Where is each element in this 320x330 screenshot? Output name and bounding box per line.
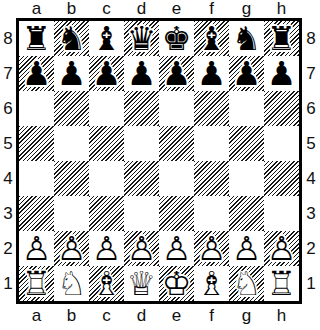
square-c6[interactable] bbox=[89, 91, 124, 126]
piece-halo: ♜ bbox=[19, 266, 54, 301]
square-d3[interactable] bbox=[124, 196, 159, 231]
piece-black-pawn[interactable]: ♟ bbox=[159, 56, 194, 91]
piece-white-rook[interactable]: ♖ bbox=[19, 266, 54, 301]
square-e5[interactable] bbox=[159, 126, 194, 161]
rank-label-8: 8 bbox=[0, 21, 16, 56]
piece-white-pawn[interactable]: ♙ bbox=[19, 231, 54, 266]
square-b1[interactable]: ♞♘ bbox=[54, 266, 89, 301]
file-labels-top: abcdefgh bbox=[16, 0, 302, 18]
square-f6[interactable] bbox=[194, 91, 229, 126]
piece-halo: ♟ bbox=[54, 56, 89, 91]
square-f4[interactable] bbox=[194, 161, 229, 196]
piece-white-king[interactable]: ♔ bbox=[159, 266, 194, 301]
square-d4[interactable] bbox=[124, 161, 159, 196]
square-a2[interactable]: ♟♙ bbox=[19, 231, 54, 266]
square-b3[interactable] bbox=[54, 196, 89, 231]
piece-black-knight[interactable]: ♞ bbox=[54, 21, 89, 56]
square-b4[interactable] bbox=[54, 161, 89, 196]
piece-white-bishop[interactable]: ♗ bbox=[89, 266, 124, 301]
piece-black-pawn[interactable]: ♟ bbox=[194, 56, 229, 91]
piece-black-pawn[interactable]: ♟ bbox=[124, 56, 159, 91]
square-g6[interactable] bbox=[229, 91, 264, 126]
piece-white-pawn[interactable]: ♙ bbox=[264, 231, 299, 266]
square-h8[interactable]: ♜♜ bbox=[264, 21, 299, 56]
file-label-h: h bbox=[264, 304, 299, 330]
square-c4[interactable] bbox=[89, 161, 124, 196]
square-g8[interactable]: ♞♞ bbox=[229, 21, 264, 56]
piece-halo: ♛ bbox=[124, 21, 159, 56]
rank-label-4: 4 bbox=[302, 161, 320, 196]
square-c3[interactable] bbox=[89, 196, 124, 231]
square-e6[interactable] bbox=[159, 91, 194, 126]
square-a7[interactable]: ♟♟ bbox=[19, 56, 54, 91]
piece-halo: ♝ bbox=[89, 21, 124, 56]
piece-halo: ♟ bbox=[159, 231, 194, 266]
piece-halo: ♟ bbox=[19, 56, 54, 91]
square-b7[interactable]: ♟♟ bbox=[54, 56, 89, 91]
square-a3[interactable] bbox=[19, 196, 54, 231]
piece-halo: ♞ bbox=[229, 266, 264, 301]
piece-halo: ♝ bbox=[194, 21, 229, 56]
rank-labels-left: 87654321 bbox=[0, 18, 16, 304]
rank-label-7: 7 bbox=[0, 56, 16, 91]
rank-label-8: 8 bbox=[302, 21, 320, 56]
rank-label-6: 6 bbox=[0, 91, 16, 126]
piece-halo: ♟ bbox=[89, 231, 124, 266]
square-g7[interactable]: ♟♟ bbox=[229, 56, 264, 91]
piece-white-pawn[interactable]: ♙ bbox=[124, 231, 159, 266]
piece-halo: ♟ bbox=[89, 56, 124, 91]
square-h6[interactable] bbox=[264, 91, 299, 126]
piece-halo: ♜ bbox=[264, 21, 299, 56]
rank-label-1: 1 bbox=[302, 266, 320, 301]
piece-halo: ♟ bbox=[159, 56, 194, 91]
piece-halo: ♟ bbox=[124, 56, 159, 91]
piece-halo: ♟ bbox=[264, 56, 299, 91]
piece-white-pawn[interactable]: ♙ bbox=[194, 231, 229, 266]
piece-halo: ♞ bbox=[54, 266, 89, 301]
piece-halo: ♜ bbox=[19, 21, 54, 56]
rank-label-3: 3 bbox=[0, 196, 16, 231]
piece-black-pawn[interactable]: ♟ bbox=[89, 56, 124, 91]
square-c8[interactable]: ♝♝ bbox=[89, 21, 124, 56]
piece-black-bishop[interactable]: ♝ bbox=[194, 21, 229, 56]
square-d6[interactable] bbox=[124, 91, 159, 126]
square-d2[interactable]: ♟♙ bbox=[124, 231, 159, 266]
piece-halo: ♝ bbox=[89, 266, 124, 301]
piece-halo: ♞ bbox=[229, 21, 264, 56]
piece-halo: ♟ bbox=[19, 231, 54, 266]
square-a4[interactable] bbox=[19, 161, 54, 196]
square-b8[interactable]: ♞♞ bbox=[54, 21, 89, 56]
piece-white-knight[interactable]: ♘ bbox=[229, 266, 264, 301]
square-f5[interactable] bbox=[194, 126, 229, 161]
piece-halo: ♟ bbox=[229, 231, 264, 266]
square-c5[interactable] bbox=[89, 126, 124, 161]
piece-white-pawn[interactable]: ♙ bbox=[159, 231, 194, 266]
square-h7[interactable]: ♟♟ bbox=[264, 56, 299, 91]
square-d7[interactable]: ♟♟ bbox=[124, 56, 159, 91]
square-d8[interactable]: ♛♛ bbox=[124, 21, 159, 56]
square-e4[interactable] bbox=[159, 161, 194, 196]
square-e3[interactable] bbox=[159, 196, 194, 231]
rank-label-5: 5 bbox=[0, 126, 16, 161]
piece-black-knight[interactable]: ♞ bbox=[229, 21, 264, 56]
piece-white-queen[interactable]: ♕ bbox=[124, 266, 159, 301]
rank-labels-right: 87654321 bbox=[302, 18, 320, 304]
piece-black-bishop[interactable]: ♝ bbox=[89, 21, 124, 56]
rank-label-1: 1 bbox=[0, 266, 16, 301]
file-label-e: e bbox=[159, 0, 194, 18]
piece-white-knight[interactable]: ♘ bbox=[54, 266, 89, 301]
square-a8[interactable]: ♜♜ bbox=[19, 21, 54, 56]
square-d1[interactable]: ♛♕ bbox=[124, 266, 159, 301]
file-label-a: a bbox=[19, 304, 54, 330]
file-label-b: b bbox=[54, 0, 89, 18]
piece-black-queen[interactable]: ♛ bbox=[124, 21, 159, 56]
file-label-h: h bbox=[264, 0, 299, 18]
square-h5[interactable] bbox=[264, 126, 299, 161]
file-label-e: e bbox=[159, 304, 194, 330]
piece-halo: ♚ bbox=[159, 21, 194, 56]
file-labels-bottom: abcdefgh bbox=[16, 304, 302, 330]
piece-white-bishop[interactable]: ♗ bbox=[194, 266, 229, 301]
square-g4[interactable] bbox=[229, 161, 264, 196]
rank-label-5: 5 bbox=[302, 126, 320, 161]
piece-black-pawn[interactable]: ♟ bbox=[54, 56, 89, 91]
piece-white-pawn[interactable]: ♙ bbox=[54, 231, 89, 266]
square-e7[interactable]: ♟♟ bbox=[159, 56, 194, 91]
rank-label-4: 4 bbox=[0, 161, 16, 196]
piece-white-rook[interactable]: ♖ bbox=[264, 266, 299, 301]
square-f8[interactable]: ♝♝ bbox=[194, 21, 229, 56]
square-h1[interactable]: ♜♖ bbox=[264, 266, 299, 301]
rank-label-7: 7 bbox=[302, 56, 320, 91]
piece-black-pawn[interactable]: ♟ bbox=[229, 56, 264, 91]
square-b6[interactable] bbox=[54, 91, 89, 126]
piece-black-pawn[interactable]: ♟ bbox=[19, 56, 54, 91]
chess-diagram: abcdefgh 87654321 ♜♜♞♞♝♝♛♛♚♚♝♝♞♞♜♜♟♟♟♟♟♟… bbox=[0, 0, 320, 330]
rank-label-6: 6 bbox=[302, 91, 320, 126]
piece-white-pawn[interactable]: ♙ bbox=[89, 231, 124, 266]
square-f3[interactable] bbox=[194, 196, 229, 231]
file-label-d: d bbox=[124, 304, 159, 330]
piece-halo: ♝ bbox=[194, 266, 229, 301]
file-label-c: c bbox=[89, 304, 124, 330]
square-c2[interactable]: ♟♙ bbox=[89, 231, 124, 266]
piece-halo: ♟ bbox=[124, 231, 159, 266]
piece-black-rook[interactable]: ♜ bbox=[19, 21, 54, 56]
file-label-c: c bbox=[89, 0, 124, 18]
chess-board: ♜♜♞♞♝♝♛♛♚♚♝♝♞♞♜♜♟♟♟♟♟♟♟♟♟♟♟♟♟♟♟♟♟♙♟♙♟♙♟♙… bbox=[16, 18, 302, 304]
file-label-g: g bbox=[229, 304, 264, 330]
piece-halo: ♛ bbox=[124, 266, 159, 301]
piece-white-pawn[interactable]: ♙ bbox=[229, 231, 264, 266]
square-b2[interactable]: ♟♙ bbox=[54, 231, 89, 266]
piece-halo: ♟ bbox=[194, 231, 229, 266]
square-h4[interactable] bbox=[264, 161, 299, 196]
square-e1[interactable]: ♚♔ bbox=[159, 266, 194, 301]
file-label-f: f bbox=[194, 0, 229, 18]
corner-top-left bbox=[0, 0, 16, 18]
square-a6[interactable] bbox=[19, 91, 54, 126]
corner-bottom-right bbox=[302, 304, 320, 330]
square-g5[interactable] bbox=[229, 126, 264, 161]
square-e8[interactable]: ♚♚ bbox=[159, 21, 194, 56]
piece-halo: ♞ bbox=[54, 21, 89, 56]
square-f2[interactable]: ♟♙ bbox=[194, 231, 229, 266]
piece-halo: ♜ bbox=[264, 266, 299, 301]
square-h3[interactable] bbox=[264, 196, 299, 231]
piece-black-king[interactable]: ♚ bbox=[159, 21, 194, 56]
piece-halo: ♟ bbox=[264, 231, 299, 266]
square-g3[interactable] bbox=[229, 196, 264, 231]
piece-halo: ♟ bbox=[194, 56, 229, 91]
square-c7[interactable]: ♟♟ bbox=[89, 56, 124, 91]
corner-top-right bbox=[302, 0, 320, 18]
square-a1[interactable]: ♜♖ bbox=[19, 266, 54, 301]
file-label-b: b bbox=[54, 304, 89, 330]
rank-label-3: 3 bbox=[302, 196, 320, 231]
corner-bottom-left bbox=[0, 304, 16, 330]
piece-black-pawn[interactable]: ♟ bbox=[264, 56, 299, 91]
piece-black-rook[interactable]: ♜ bbox=[264, 21, 299, 56]
square-h2[interactable]: ♟♙ bbox=[264, 231, 299, 266]
file-label-f: f bbox=[194, 304, 229, 330]
square-e2[interactable]: ♟♙ bbox=[159, 231, 194, 266]
piece-halo: ♟ bbox=[54, 231, 89, 266]
square-g1[interactable]: ♞♘ bbox=[229, 266, 264, 301]
rank-label-2: 2 bbox=[302, 231, 320, 266]
file-label-a: a bbox=[19, 0, 54, 18]
square-f1[interactable]: ♝♗ bbox=[194, 266, 229, 301]
square-a5[interactable] bbox=[19, 126, 54, 161]
square-b5[interactable] bbox=[54, 126, 89, 161]
rank-label-2: 2 bbox=[0, 231, 16, 266]
square-g2[interactable]: ♟♙ bbox=[229, 231, 264, 266]
file-label-d: d bbox=[124, 0, 159, 18]
piece-halo: ♚ bbox=[159, 266, 194, 301]
square-d5[interactable] bbox=[124, 126, 159, 161]
file-label-g: g bbox=[229, 0, 264, 18]
square-f7[interactable]: ♟♟ bbox=[194, 56, 229, 91]
square-c1[interactable]: ♝♗ bbox=[89, 266, 124, 301]
piece-halo: ♟ bbox=[229, 56, 264, 91]
